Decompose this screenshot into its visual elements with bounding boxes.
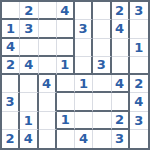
cell-r3c3[interactable] (39, 39, 57, 57)
cell-r6c3[interactable] (39, 93, 57, 111)
cell-r4c5[interactable] (75, 57, 93, 75)
cell-r8c6[interactable] (93, 130, 111, 148)
cell-r2c1[interactable]: 1 (2, 20, 20, 38)
cell-r7c4[interactable]: 1 (57, 112, 75, 130)
cell-r3c6[interactable] (93, 39, 111, 57)
cell-r6c8[interactable]: 4 (130, 93, 148, 111)
cell-r2c5[interactable]: 3 (75, 20, 93, 38)
cell-r2c8[interactable] (130, 20, 148, 38)
cell-r5c5[interactable]: 1 (75, 75, 93, 93)
cell-r7c1[interactable] (2, 112, 20, 130)
cell-r3c7[interactable] (112, 39, 130, 57)
cell-r3c8[interactable]: 1 (130, 39, 148, 57)
cell-r2c6[interactable] (93, 20, 111, 38)
cell-r2c2[interactable]: 3 (20, 20, 38, 38)
cell-r5c7[interactable]: 4 (112, 75, 130, 93)
cell-r8c1[interactable]: 2 (2, 130, 20, 148)
cell-r1c2[interactable]: 2 (20, 2, 38, 20)
cell-r5c8[interactable]: 2 (130, 75, 148, 93)
cell-r4c2[interactable]: 4 (20, 57, 38, 75)
cell-r1c1[interactable] (2, 2, 20, 20)
cell-r1c6[interactable] (93, 2, 111, 20)
cell-r1c5[interactable] (75, 2, 93, 20)
cell-r8c5[interactable]: 4 (75, 130, 93, 148)
cell-r3c2[interactable] (20, 39, 38, 57)
cell-r6c7[interactable] (112, 93, 130, 111)
cell-r2c7[interactable]: 4 (112, 20, 130, 38)
cell-r5c2[interactable] (20, 75, 38, 93)
cell-r7c2[interactable]: 1 (20, 112, 38, 130)
cell-r3c4[interactable] (57, 39, 75, 57)
cell-r1c7[interactable]: 2 (112, 2, 130, 20)
cell-r4c8[interactable] (130, 57, 148, 75)
cell-r1c4[interactable]: 4 (57, 2, 75, 20)
cell-r2c4[interactable] (57, 20, 75, 38)
cell-r7c5[interactable] (75, 112, 93, 130)
cell-r5c1[interactable] (2, 75, 20, 93)
cell-r6c2[interactable] (20, 93, 38, 111)
cell-r4c1[interactable]: 2 (2, 57, 20, 75)
puzzle-board: 2423133441241341423411232443 (0, 0, 150, 150)
cell-r3c1[interactable]: 4 (2, 39, 20, 57)
cell-r7c6[interactable] (93, 112, 111, 130)
cell-r5c3[interactable]: 4 (39, 75, 57, 93)
cell-r1c8[interactable]: 3 (130, 2, 148, 20)
cell-r2c3[interactable] (39, 20, 57, 38)
cell-r4c3[interactable] (39, 57, 57, 75)
cell-r1c3[interactable] (39, 2, 57, 20)
cell-r8c8[interactable] (130, 130, 148, 148)
cell-r5c6[interactable] (93, 75, 111, 93)
cell-r5c4[interactable] (57, 75, 75, 93)
cell-r3c5[interactable] (75, 39, 93, 57)
cell-r8c4[interactable] (57, 130, 75, 148)
cell-r6c5[interactable] (75, 93, 93, 111)
cell-r7c3[interactable] (39, 112, 57, 130)
cell-r6c1[interactable]: 3 (2, 93, 20, 111)
cell-r6c6[interactable] (93, 93, 111, 111)
cell-r4c7[interactable] (112, 57, 130, 75)
cell-r4c4[interactable]: 1 (57, 57, 75, 75)
cell-r4c6[interactable]: 3 (93, 57, 111, 75)
cell-r6c4[interactable] (57, 93, 75, 111)
cell-r8c3[interactable] (39, 130, 57, 148)
cell-r8c2[interactable]: 4 (20, 130, 38, 148)
cell-r7c7[interactable]: 2 (112, 112, 130, 130)
cell-r7c8[interactable]: 3 (130, 112, 148, 130)
cell-r8c7[interactable]: 3 (112, 130, 130, 148)
